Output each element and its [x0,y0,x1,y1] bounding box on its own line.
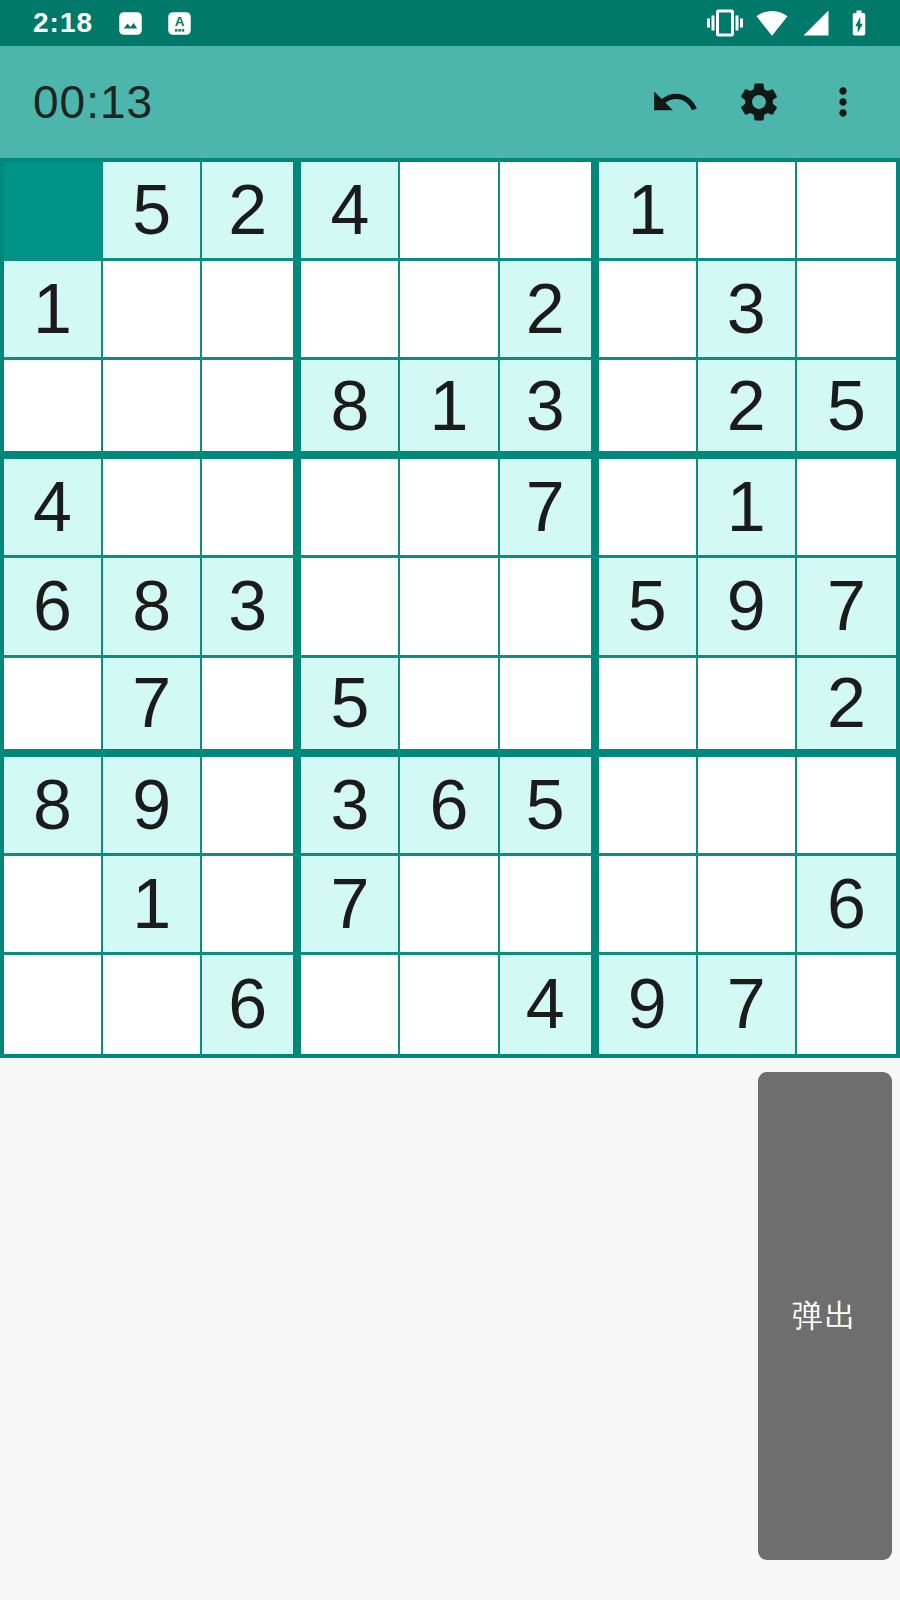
cell-r6c3[interactable] [202,658,301,757]
svg-text:A: A [175,14,185,29]
cell-r4c9[interactable] [797,459,896,558]
cell-r8c2[interactable]: 1 [103,856,202,955]
cell-r9c1[interactable] [4,955,103,1054]
cell-r1c1[interactable] [4,162,103,261]
popout-button-label: 弹出 [792,1295,858,1337]
cell-r1c2[interactable]: 5 [103,162,202,261]
cell-r6c9[interactable]: 2 [797,658,896,757]
undo-icon[interactable] [648,75,702,129]
cell-r8c1[interactable] [4,856,103,955]
settings-gear-icon[interactable] [732,75,786,129]
cell-r4c3[interactable] [202,459,301,558]
bottom-area: 弹出 [0,1058,900,1600]
vibrate-icon [707,5,743,41]
cell-r2c4[interactable] [301,261,400,360]
cell-r7c9[interactable] [797,757,896,856]
sudoku-board: 524112381325471683597752893651766497 [0,158,900,1058]
cell-r6c8[interactable] [698,658,797,757]
cell-r1c4[interactable]: 4 [301,162,400,261]
cell-r4c4[interactable] [301,459,400,558]
cell-r3c6[interactable]: 3 [500,360,599,459]
cell-r9c7[interactable]: 9 [599,955,698,1054]
wifi-icon [756,7,788,39]
cell-r3c5[interactable]: 1 [400,360,499,459]
cell-r6c5[interactable] [400,658,499,757]
cell-r5c4[interactable] [301,558,400,657]
cell-r2c1[interactable]: 1 [4,261,103,360]
overflow-menu-icon[interactable] [816,75,870,129]
cell-r6c1[interactable] [4,658,103,757]
cell-r4c6[interactable]: 7 [500,459,599,558]
battery-charging-icon [844,6,874,40]
cell-r3c7[interactable] [599,360,698,459]
cell-r2c7[interactable] [599,261,698,360]
photo-icon [117,10,144,37]
cell-r2c3[interactable] [202,261,301,360]
cell-r2c6[interactable]: 2 [500,261,599,360]
cell-r2c9[interactable] [797,261,896,360]
cell-r3c4[interactable]: 8 [301,360,400,459]
cell-r5c6[interactable] [500,558,599,657]
cell-r7c7[interactable] [599,757,698,856]
cell-r8c8[interactable] [698,856,797,955]
cell-r9c6[interactable]: 4 [500,955,599,1054]
cell-r1c3[interactable]: 2 [202,162,301,261]
cell-r7c2[interactable]: 9 [103,757,202,856]
cell-r1c7[interactable]: 1 [599,162,698,261]
cell-r5c8[interactable]: 9 [698,558,797,657]
status-left-icons: A [117,10,193,37]
cell-r8c5[interactable] [400,856,499,955]
cell-r2c2[interactable] [103,261,202,360]
cell-r5c1[interactable]: 6 [4,558,103,657]
cell-r5c9[interactable]: 7 [797,558,896,657]
cell-r9c9[interactable] [797,955,896,1054]
cell-r7c8[interactable] [698,757,797,856]
cell-r3c8[interactable]: 2 [698,360,797,459]
cell-r9c4[interactable] [301,955,400,1054]
cell-r6c4[interactable]: 5 [301,658,400,757]
cell-r5c2[interactable]: 8 [103,558,202,657]
cell-r7c6[interactable]: 5 [500,757,599,856]
cellular-signal-icon [801,8,831,38]
cell-r1c8[interactable] [698,162,797,261]
cell-r8c7[interactable] [599,856,698,955]
cell-r7c3[interactable] [202,757,301,856]
app-bar: 00:13 [0,46,900,158]
cell-r5c7[interactable]: 5 [599,558,698,657]
cell-r4c7[interactable] [599,459,698,558]
status-bar: 2:18 A [0,0,900,46]
cell-r2c5[interactable] [400,261,499,360]
cell-r6c6[interactable] [500,658,599,757]
app-bar-actions [648,75,870,129]
cell-r4c5[interactable] [400,459,499,558]
popout-button[interactable]: 弹出 [758,1072,892,1560]
cell-r3c3[interactable] [202,360,301,459]
cell-r5c3[interactable]: 3 [202,558,301,657]
game-timer: 00:13 [33,75,153,129]
cell-r3c9[interactable]: 5 [797,360,896,459]
cell-r6c2[interactable]: 7 [103,658,202,757]
cell-r8c4[interactable]: 7 [301,856,400,955]
cell-r4c8[interactable]: 1 [698,459,797,558]
cell-r8c9[interactable]: 6 [797,856,896,955]
cell-r9c8[interactable]: 7 [698,955,797,1054]
cell-r3c2[interactable] [103,360,202,459]
cell-r9c5[interactable] [400,955,499,1054]
cell-r7c4[interactable]: 3 [301,757,400,856]
cell-r8c6[interactable] [500,856,599,955]
cell-r6c7[interactable] [599,658,698,757]
cell-r7c5[interactable]: 6 [400,757,499,856]
status-time: 2:18 [33,7,93,39]
cell-r5c5[interactable] [400,558,499,657]
cell-r9c2[interactable] [103,955,202,1054]
cell-r1c6[interactable] [500,162,599,261]
cell-r1c5[interactable] [400,162,499,261]
letter-a-icon: A [166,10,193,37]
cell-r4c1[interactable]: 4 [4,459,103,558]
cell-r1c9[interactable] [797,162,896,261]
cell-r7c1[interactable]: 8 [4,757,103,856]
cell-r4c2[interactable] [103,459,202,558]
cell-r3c1[interactable] [4,360,103,459]
cell-r9c3[interactable]: 6 [202,955,301,1054]
cell-r8c3[interactable] [202,856,301,955]
cell-r2c8[interactable]: 3 [698,261,797,360]
status-right-icons [707,5,874,41]
